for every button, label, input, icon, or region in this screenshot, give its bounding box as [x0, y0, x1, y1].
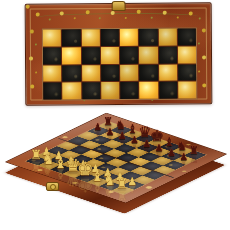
exterior-square [120, 47, 138, 64]
opened-board-backdrop [25, 2, 213, 105]
exterior-square [159, 64, 177, 81]
exterior-square [62, 29, 80, 46]
exterior-square [139, 64, 157, 81]
exterior-square [101, 82, 119, 99]
exterior-square [81, 47, 99, 64]
exterior-square [43, 29, 61, 46]
exterior-checkerboard [42, 27, 197, 100]
exterior-square [178, 82, 196, 99]
exterior-square [178, 28, 196, 45]
exterior-square [62, 83, 80, 100]
exterior-square [62, 65, 80, 82]
exterior-square [62, 47, 80, 64]
exterior-square [82, 82, 100, 99]
exterior-square [139, 82, 157, 99]
exterior-square [43, 47, 61, 64]
exterior-square [82, 65, 100, 82]
exterior-square [139, 46, 157, 63]
exterior-square [158, 29, 176, 46]
exterior-square [43, 83, 61, 100]
brass-hinge [112, 1, 126, 11]
exterior-square [120, 29, 138, 46]
exterior-square [101, 29, 119, 46]
amber-chess-set-photo: ♜♜♞♞♝♝♛♛♚♚♝♝♞♞♜♜♟♟♟♟♟♟♟♟♟♟♟♟♟♟♟♟♟♟♟♟♟♟♟♟… [0, 0, 230, 230]
exterior-square [120, 82, 138, 99]
exterior-square [178, 46, 196, 63]
exterior-square [139, 29, 157, 46]
exterior-square [81, 29, 99, 46]
exterior-square [159, 82, 177, 99]
exterior-square [101, 47, 119, 64]
closed-case-board [5, 113, 228, 204]
exterior-square [43, 65, 61, 82]
exterior-square [101, 64, 119, 81]
brass-latch [46, 182, 59, 191]
exterior-square [178, 64, 196, 81]
exterior-square [120, 64, 138, 81]
exterior-square [158, 46, 176, 63]
